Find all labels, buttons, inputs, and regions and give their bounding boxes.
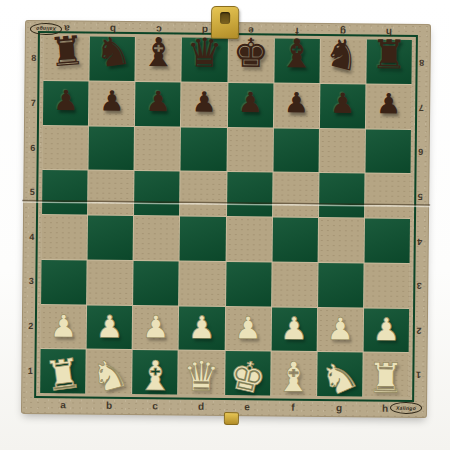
file-label-inverted-g: g: [320, 25, 366, 37]
square-b2[interactable]: ♟: [87, 305, 133, 349]
piece-black-bishop[interactable]: ♝: [140, 32, 176, 72]
square-h7[interactable]: ♟: [366, 84, 412, 128]
square-g4[interactable]: [318, 218, 364, 262]
square-a4[interactable]: [42, 215, 88, 259]
rank-label-inverted-2: 2: [413, 308, 425, 353]
square-b5[interactable]: [88, 171, 134, 215]
square-g1[interactable]: ♞: [317, 352, 363, 396]
square-h4[interactable]: [364, 218, 410, 262]
piece-black-pawn[interactable]: ♟: [191, 88, 216, 116]
square-e7[interactable]: ♟: [227, 83, 273, 127]
piece-white-pawn[interactable]: ♟: [280, 313, 308, 344]
square-h2[interactable]: ♟: [363, 308, 409, 352]
piece-black-pawn[interactable]: ♟: [53, 87, 78, 115]
square-a2[interactable]: ♟: [41, 305, 87, 349]
square-c2[interactable]: ♟: [133, 306, 179, 350]
piece-white-pawn[interactable]: ♟: [142, 312, 170, 343]
piece-white-bishop[interactable]: ♝: [137, 356, 174, 397]
square-d7[interactable]: ♟: [181, 82, 227, 126]
rank-label-3: 3: [25, 259, 37, 304]
square-f2[interactable]: ♟: [271, 307, 317, 351]
piece-black-pawn[interactable]: ♟: [376, 90, 401, 118]
rank-label-inverted-6: 6: [414, 129, 426, 174]
rank-label-inverted-8: 8: [415, 40, 427, 85]
rank-label-6: 6: [27, 125, 39, 170]
squares-grid: ♜♞♝♛♚♝♞♜♟♟♟♟♟♟♟♟♟♟♟♟♟♟♟♟♜♞♝♛♚♝♞♜: [40, 36, 412, 397]
piece-white-rook[interactable]: ♜: [42, 353, 84, 398]
square-g8[interactable]: ♞: [320, 39, 366, 83]
square-b8[interactable]: ♞: [90, 37, 136, 81]
square-e8[interactable]: ♚: [228, 38, 274, 82]
file-label-h: h: [362, 402, 408, 414]
square-b1[interactable]: ♞: [86, 350, 132, 394]
square-h1[interactable]: ♜: [363, 353, 409, 397]
piece-white-knight[interactable]: ♞: [86, 351, 132, 400]
square-e6[interactable]: [227, 128, 273, 172]
square-h8[interactable]: ♜: [366, 39, 412, 83]
square-g6[interactable]: [319, 128, 365, 172]
square-a3[interactable]: [41, 260, 87, 304]
square-f4[interactable]: [272, 217, 318, 261]
file-labels-bottom: abcdefgh: [40, 399, 408, 415]
square-c8[interactable]: ♝: [136, 37, 182, 81]
piece-white-pawn[interactable]: ♟: [326, 314, 354, 345]
square-c4[interactable]: [134, 216, 180, 260]
square-c7[interactable]: ♟: [135, 82, 181, 126]
file-label-c: c: [132, 400, 178, 412]
piece-white-pawn[interactable]: ♟: [188, 312, 216, 343]
square-e2[interactable]: ♟: [225, 307, 271, 351]
rank-labels-left: 87654321: [24, 36, 40, 393]
file-label-d: d: [178, 401, 224, 413]
square-e3[interactable]: [226, 262, 272, 306]
square-f7[interactable]: ♟: [274, 83, 320, 127]
piece-white-pawn[interactable]: ♟: [95, 312, 123, 343]
square-f6[interactable]: [273, 128, 319, 172]
square-b3[interactable]: [87, 260, 133, 304]
file-label-inverted-a: a: [44, 22, 90, 34]
file-label-f: f: [270, 401, 316, 413]
piece-black-pawn[interactable]: ♟: [284, 89, 309, 117]
rank-label-1: 1: [24, 348, 36, 393]
square-e4[interactable]: [226, 217, 272, 261]
piece-black-pawn[interactable]: ♟: [238, 89, 263, 117]
square-b4[interactable]: [88, 216, 134, 260]
file-label-a: a: [40, 399, 86, 411]
square-h6[interactable]: [365, 129, 411, 173]
piece-white-pawn[interactable]: ♟: [372, 314, 400, 345]
square-d1[interactable]: ♛: [179, 351, 225, 395]
piece-white-bishop[interactable]: ♝: [275, 357, 312, 398]
piece-black-pawn[interactable]: ♟: [99, 87, 124, 115]
file-label-inverted-h: h: [366, 25, 412, 37]
square-b6[interactable]: [89, 126, 135, 170]
file-label-e: e: [224, 401, 270, 413]
file-label-g: g: [316, 402, 362, 414]
piece-black-knight[interactable]: ♞: [92, 29, 133, 73]
square-h5[interactable]: [365, 174, 411, 218]
chess-board: ♜♞♝♛♚♝♞♜♟♟♟♟♟♟♟♟♟♟♟♟♟♟♟♟♜♞♝♛♚♝♞♜ Xalingo…: [21, 20, 431, 418]
square-c6[interactable]: [135, 127, 181, 171]
square-h3[interactable]: [364, 263, 410, 307]
rank-label-inverted-5: 5: [414, 174, 426, 219]
square-e5[interactable]: [227, 172, 273, 216]
square-f8[interactable]: ♝: [274, 38, 320, 82]
clasp-hole: [220, 12, 230, 24]
square-d8[interactable]: ♛: [182, 38, 228, 82]
square-g7[interactable]: ♟: [320, 84, 366, 128]
square-a5[interactable]: [42, 170, 88, 214]
piece-black-bishop[interactable]: ♝: [279, 33, 315, 73]
rank-label-8: 8: [27, 36, 39, 81]
rank-label-inverted-4: 4: [414, 218, 426, 263]
square-d3[interactable]: [179, 261, 225, 305]
brass-hinge-tab: [224, 412, 239, 425]
piece-white-king[interactable]: ♚: [225, 353, 270, 401]
square-d5[interactable]: [180, 172, 226, 216]
rank-label-4: 4: [26, 214, 38, 259]
square-g3[interactable]: [318, 263, 364, 307]
square-c5[interactable]: [134, 171, 180, 215]
file-label-inverted-f: f: [274, 24, 320, 36]
file-label-b: b: [86, 400, 132, 412]
square-a6[interactable]: [43, 126, 89, 170]
square-c3[interactable]: [133, 261, 179, 305]
square-f5[interactable]: [273, 173, 319, 217]
product-photo: ♜♞♝♛♚♝♞♜♟♟♟♟♟♟♟♟♟♟♟♟♟♟♟♟♜♞♝♛♚♝♞♜ Xalingo…: [0, 0, 450, 450]
rank-label-5: 5: [26, 170, 38, 215]
piece-white-knight[interactable]: ♞: [315, 352, 365, 404]
rank-label-inverted-1: 1: [412, 352, 424, 397]
square-c1[interactable]: ♝: [132, 350, 178, 394]
square-d6[interactable]: [181, 127, 227, 171]
square-g2[interactable]: ♟: [317, 307, 363, 351]
square-a7[interactable]: ♟: [43, 81, 89, 125]
square-f3[interactable]: [272, 262, 318, 306]
piece-white-pawn[interactable]: ♟: [234, 313, 262, 344]
piece-white-pawn[interactable]: ♟: [49, 311, 77, 342]
piece-black-pawn[interactable]: ♟: [330, 89, 355, 117]
rank-labels-right: 87654321: [412, 40, 428, 397]
rank-label-inverted-3: 3: [413, 263, 425, 308]
piece-black-rook[interactable]: ♜: [371, 34, 407, 74]
square-a1[interactable]: ♜: [40, 349, 86, 393]
piece-black-king[interactable]: ♚: [233, 33, 269, 73]
square-g5[interactable]: [319, 173, 365, 217]
piece-black-rook[interactable]: ♜: [47, 30, 86, 73]
piece-white-rook[interactable]: ♜: [367, 358, 404, 399]
brass-clasp[interactable]: [211, 6, 239, 39]
piece-white-queen[interactable]: ♛: [183, 356, 220, 397]
piece-black-pawn[interactable]: ♟: [145, 88, 170, 116]
rank-label-2: 2: [25, 304, 37, 349]
rank-label-7: 7: [27, 81, 39, 126]
square-a8[interactable]: ♜: [43, 36, 89, 80]
square-d2[interactable]: ♟: [179, 306, 225, 350]
file-label-inverted-b: b: [90, 23, 136, 35]
rank-label-inverted-7: 7: [415, 85, 427, 130]
square-e1[interactable]: ♚: [225, 351, 271, 395]
square-b7[interactable]: ♟: [89, 81, 135, 125]
file-label-inverted-c: c: [136, 23, 182, 35]
square-d4[interactable]: [180, 217, 226, 261]
square-f1[interactable]: ♝: [271, 352, 317, 396]
